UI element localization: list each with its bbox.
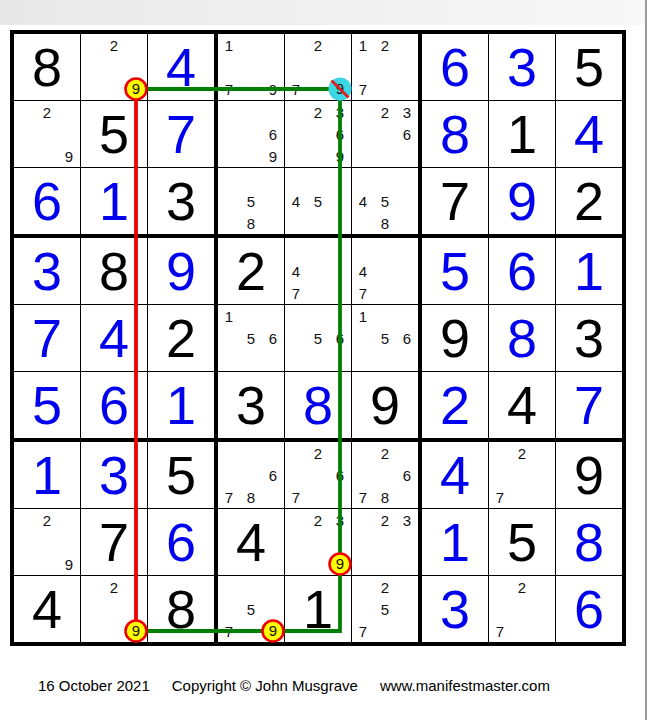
candidate-7: 7 <box>352 620 374 642</box>
page-right-border <box>645 0 647 720</box>
candidate-9: 9 <box>58 145 80 167</box>
cell-r7c4[interactable]: 678 <box>218 442 284 508</box>
candidate-4: 4 <box>352 190 374 212</box>
given-digit: 3 <box>148 168 214 234</box>
given-digit: 5 <box>556 34 622 100</box>
cell-r2c5[interactable]: 2369 <box>285 101 351 167</box>
solved-digit: 1 <box>556 238 622 304</box>
cell-r4c3[interactable]: 9 <box>148 238 214 304</box>
cell-r2c9[interactable]: 4 <box>556 101 622 167</box>
given-digit: 4 <box>489 372 555 438</box>
candidate-6: 6 <box>396 327 418 349</box>
solved-digit: 7 <box>556 372 622 438</box>
solved-digit: 2 <box>422 372 488 438</box>
candidate-3: 3 <box>396 101 418 123</box>
candidate-9: 9 <box>125 620 147 642</box>
candidate-1: 1 <box>352 34 374 56</box>
cell-r5c7[interactable]: 9 <box>422 305 488 371</box>
candidate-4: 4 <box>285 260 307 282</box>
candidate-9: 9 <box>125 78 147 100</box>
candidate-7: 7 <box>285 486 307 508</box>
cell-r4c4[interactable]: 2 <box>218 238 284 304</box>
candidate-2: 2 <box>374 34 396 56</box>
candidate-2: 2 <box>374 576 396 598</box>
cell-r5c6[interactable]: 156 <box>352 305 418 371</box>
candidate-3: 3 <box>329 101 351 123</box>
cell-r1c3[interactable]: 4 <box>148 34 214 100</box>
cell-r7c3[interactable]: 5 <box>148 442 214 508</box>
candidate-1: 1 <box>218 305 240 327</box>
cell-r8c8[interactable]: 5 <box>489 509 555 575</box>
solved-digit: 8 <box>422 101 488 167</box>
solved-digit: 8 <box>556 509 622 575</box>
cell-r2c2[interactable]: 5 <box>81 101 147 167</box>
candidate-5: 5 <box>374 190 396 212</box>
cell-r1c2[interactable]: 29 <box>81 34 147 100</box>
candidate-5: 5 <box>307 327 329 349</box>
cell-r4c1[interactable]: 3 <box>14 238 80 304</box>
solved-digit: 1 <box>81 168 147 234</box>
cell-r5c5[interactable]: 56 <box>285 305 351 371</box>
cell-r4c9[interactable]: 1 <box>556 238 622 304</box>
candidate-8: 8 <box>240 486 262 508</box>
cell-r5c3[interactable]: 2 <box>148 305 214 371</box>
given-digit: 8 <box>81 238 147 304</box>
cell-r7c8[interactable]: 27 <box>489 442 555 508</box>
solved-digit: 8 <box>285 372 351 438</box>
cell-r8c5[interactable]: 239 <box>285 509 351 575</box>
candidate-2: 2 <box>374 101 396 123</box>
cell-r1c7[interactable]: 6 <box>422 34 488 100</box>
solved-digit: 4 <box>81 305 147 371</box>
solved-digit: 5 <box>422 238 488 304</box>
given-digit: 7 <box>422 168 488 234</box>
cell-r2c8[interactable]: 1 <box>489 101 555 167</box>
cell-r3c7[interactable]: 7 <box>422 168 488 234</box>
cell-r9c1[interactable]: 4 <box>14 576 80 642</box>
cell-r2c4[interactable]: 69 <box>218 101 284 167</box>
candidate-4: 4 <box>285 190 307 212</box>
cell-r9c3[interactable]: 8 <box>148 576 214 642</box>
solved-digit: 1 <box>148 372 214 438</box>
cell-r9c8[interactable]: 27 <box>489 576 555 642</box>
cell-r9c9[interactable]: 6 <box>556 576 622 642</box>
given-digit: 2 <box>148 305 214 371</box>
cell-r1c4[interactable]: 179 <box>218 34 284 100</box>
solved-digit: 6 <box>422 34 488 100</box>
candidate-2: 2 <box>103 34 125 56</box>
cell-r5c1[interactable]: 7 <box>14 305 80 371</box>
given-digit: 7 <box>81 509 147 575</box>
candidate-7: 7 <box>352 282 374 304</box>
candidate-7: 7 <box>352 486 374 508</box>
cell-r4c6[interactable]: 47 <box>352 238 418 304</box>
cell-r6c4[interactable]: 3 <box>218 372 284 438</box>
given-digit: 4 <box>14 576 80 642</box>
candidate-5: 5 <box>374 327 396 349</box>
cell-r5c8[interactable]: 8 <box>489 305 555 371</box>
cell-r8c7[interactable]: 1 <box>422 509 488 575</box>
cell-r8c4[interactable]: 4 <box>218 509 284 575</box>
cell-r7c5[interactable]: 267 <box>285 442 351 508</box>
cell-r5c4[interactable]: 156 <box>218 305 284 371</box>
cell-r1c6[interactable]: 127 <box>352 34 418 100</box>
candidate-1: 1 <box>352 305 374 327</box>
cell-r2c6[interactable]: 236 <box>352 101 418 167</box>
cell-r6c3[interactable]: 1 <box>148 372 214 438</box>
candidate-5: 5 <box>240 327 262 349</box>
solved-digit: 9 <box>148 238 214 304</box>
candidate-7: 7 <box>489 620 511 642</box>
solved-digit: 4 <box>148 34 214 100</box>
cell-r1c9[interactable]: 5 <box>556 34 622 100</box>
cell-r4c8[interactable]: 6 <box>489 238 555 304</box>
cell-r3c8[interactable]: 9 <box>489 168 555 234</box>
cell-r6c5[interactable]: 8 <box>285 372 351 438</box>
candidate-6: 6 <box>262 327 284 349</box>
candidate-2: 2 <box>307 442 329 464</box>
cell-r1c5[interactable]: 279 <box>285 34 351 100</box>
candidate-7: 7 <box>218 78 240 100</box>
candidate-3: 3 <box>396 509 418 531</box>
candidate-5: 5 <box>374 598 396 620</box>
cell-r4c5[interactable]: 47 <box>285 238 351 304</box>
solved-digit: 6 <box>556 576 622 642</box>
cell-r8c2[interactable]: 7 <box>81 509 147 575</box>
candidate-6: 6 <box>329 123 351 145</box>
cell-r9c2[interactable]: 29 <box>81 576 147 642</box>
candidate-7: 7 <box>489 486 511 508</box>
given-digit: 4 <box>218 509 284 575</box>
candidate-6: 6 <box>262 123 284 145</box>
candidate-8: 8 <box>240 212 262 234</box>
cell-r5c2[interactable]: 4 <box>81 305 147 371</box>
solved-digit: 1 <box>14 442 80 508</box>
candidate-9: 9 <box>329 553 351 575</box>
candidate-2: 2 <box>307 101 329 123</box>
cell-r3c5[interactable]: 45 <box>285 168 351 234</box>
cell-r1c8[interactable]: 3 <box>489 34 555 100</box>
cell-r6c7[interactable]: 2 <box>422 372 488 438</box>
solved-digit: 5 <box>14 372 80 438</box>
given-digit: 9 <box>556 442 622 508</box>
candidate-3: 3 <box>329 509 351 531</box>
solved-digit: 4 <box>556 101 622 167</box>
candidate-2: 2 <box>103 576 125 598</box>
candidate-7: 7 <box>285 282 307 304</box>
candidate-5: 5 <box>240 190 262 212</box>
cell-r6c8[interactable]: 4 <box>489 372 555 438</box>
footer-date: 16 October 2021 <box>38 677 150 694</box>
footer: 16 October 2021 Copyright © John Musgrav… <box>38 677 550 694</box>
cell-r1c1[interactable]: 8 <box>14 34 80 100</box>
footer-website[interactable]: www.manifestmaster.com <box>380 677 550 694</box>
solved-digit: 4 <box>422 442 488 508</box>
candidate-8: 8 <box>374 486 396 508</box>
candidate-7: 7 <box>218 486 240 508</box>
candidate-6: 6 <box>329 327 351 349</box>
candidate-2: 2 <box>307 34 329 56</box>
cell-r7c2[interactable]: 3 <box>81 442 147 508</box>
solved-digit: 1 <box>422 509 488 575</box>
candidate-9: 9 <box>262 145 284 167</box>
candidate-6: 6 <box>396 464 418 486</box>
given-digit: 5 <box>81 101 147 167</box>
solved-digit: 8 <box>489 305 555 371</box>
solved-digit: 6 <box>148 509 214 575</box>
cell-r6c2[interactable]: 6 <box>81 372 147 438</box>
candidate-2: 2 <box>511 442 533 464</box>
cell-r6c6[interactable]: 9 <box>352 372 418 438</box>
given-digit: 5 <box>489 509 555 575</box>
given-digit: 5 <box>148 442 214 508</box>
cell-r9c5[interactable]: 1 <box>285 576 351 642</box>
cell-r8c1[interactable]: 29 <box>14 509 80 575</box>
cell-r7c1[interactable]: 1 <box>14 442 80 508</box>
candidate-2: 2 <box>374 442 396 464</box>
candidate-9: 9 <box>329 78 351 100</box>
given-digit: 3 <box>556 305 622 371</box>
candidate-5: 5 <box>307 190 329 212</box>
cell-r7c7[interactable]: 4 <box>422 442 488 508</box>
cell-r3c6[interactable]: 458 <box>352 168 418 234</box>
solved-digit: 7 <box>148 101 214 167</box>
solved-digit: 3 <box>422 576 488 642</box>
given-digit: 1 <box>285 576 351 642</box>
given-digit: 2 <box>218 238 284 304</box>
candidate-1: 1 <box>218 34 240 56</box>
cell-r3c4[interactable]: 58 <box>218 168 284 234</box>
cell-r8c6[interactable]: 23 <box>352 509 418 575</box>
cell-r3c1[interactable]: 6 <box>14 168 80 234</box>
candidate-6: 6 <box>396 123 418 145</box>
cell-r3c2[interactable]: 1 <box>81 168 147 234</box>
solved-digit: 3 <box>489 34 555 100</box>
cell-r2c7[interactable]: 8 <box>422 101 488 167</box>
candidate-8: 8 <box>374 212 396 234</box>
candidate-2: 2 <box>36 101 58 123</box>
candidate-9: 9 <box>262 78 284 100</box>
cell-r9c4[interactable]: 579 <box>218 576 284 642</box>
cell-r8c9[interactable]: 8 <box>556 509 622 575</box>
cell-r6c1[interactable]: 5 <box>14 372 80 438</box>
candidate-5: 5 <box>240 598 262 620</box>
candidate-9: 9 <box>262 620 284 642</box>
candidate-2: 2 <box>307 509 329 531</box>
candidate-9: 9 <box>58 553 80 575</box>
cell-r4c2[interactable]: 8 <box>81 238 147 304</box>
cell-r6c9[interactable]: 7 <box>556 372 622 438</box>
given-digit: 9 <box>422 305 488 371</box>
top-chrome-bar <box>0 0 645 25</box>
given-digit: 8 <box>14 34 80 100</box>
candidate-7: 7 <box>218 620 240 642</box>
cell-r9c6[interactable]: 257 <box>352 576 418 642</box>
candidate-6: 6 <box>262 464 284 486</box>
footer-copyright: Copyright © John Musgrave <box>172 677 358 694</box>
solved-digit: 9 <box>489 168 555 234</box>
cell-r3c3[interactable]: 3 <box>148 168 214 234</box>
solved-digit: 3 <box>14 238 80 304</box>
solved-digit: 6 <box>489 238 555 304</box>
given-digit: 9 <box>352 372 418 438</box>
cell-r2c3[interactable]: 7 <box>148 101 214 167</box>
sudoku-board: 8294179279127635295769236923681461358454… <box>10 30 626 646</box>
candidate-4: 4 <box>352 260 374 282</box>
cell-r8c3[interactable]: 6 <box>148 509 214 575</box>
cell-r3c9[interactable]: 2 <box>556 168 622 234</box>
cell-r7c9[interactable]: 9 <box>556 442 622 508</box>
given-digit: 1 <box>489 101 555 167</box>
candidate-2: 2 <box>511 576 533 598</box>
candidate-7: 7 <box>352 78 374 100</box>
candidate-2: 2 <box>374 509 396 531</box>
given-digit: 8 <box>148 576 214 642</box>
cell-r2c1[interactable]: 29 <box>14 101 80 167</box>
solved-digit: 6 <box>81 372 147 438</box>
cell-r9c7[interactable]: 3 <box>422 576 488 642</box>
solved-digit: 3 <box>81 442 147 508</box>
solved-digit: 6 <box>14 168 80 234</box>
candidate-7: 7 <box>285 78 307 100</box>
given-digit: 2 <box>556 168 622 234</box>
cell-r7c6[interactable]: 2678 <box>352 442 418 508</box>
candidate-2: 2 <box>36 509 58 531</box>
cell-r4c7[interactable]: 5 <box>422 238 488 304</box>
given-digit: 3 <box>218 372 284 438</box>
candidate-6: 6 <box>329 464 351 486</box>
solved-digit: 7 <box>14 305 80 371</box>
candidate-9: 9 <box>329 145 351 167</box>
cell-r5c9[interactable]: 3 <box>556 305 622 371</box>
